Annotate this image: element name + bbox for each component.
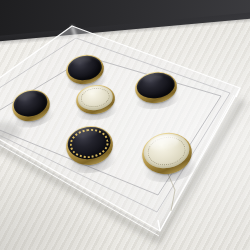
button-2-black xyxy=(133,69,179,106)
button-5-black xyxy=(63,122,115,167)
button-6-pearl xyxy=(139,128,195,177)
photo-scene xyxy=(0,0,250,250)
button-1-black xyxy=(64,51,106,86)
button-3-pearl xyxy=(74,82,117,116)
